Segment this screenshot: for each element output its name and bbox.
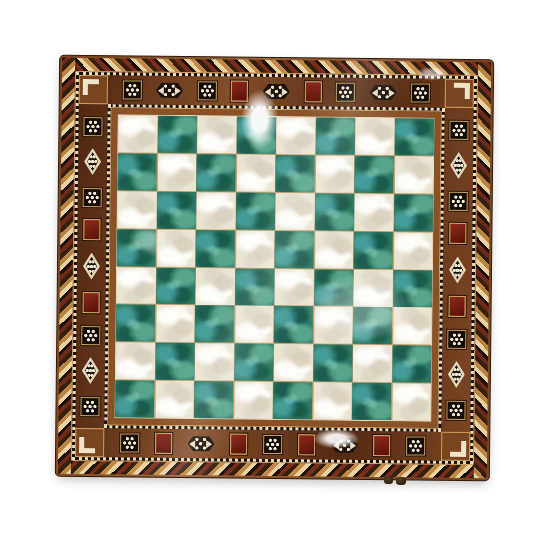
- star-rosette-motif: [83, 116, 102, 135]
- square-b8[interactable]: [158, 116, 197, 153]
- square-b1[interactable]: [155, 381, 194, 418]
- eye-triangle-icon: [350, 441, 356, 449]
- bracket-icon: [79, 437, 95, 453]
- eye-triangle-icon: [207, 440, 213, 448]
- square-g2[interactable]: [353, 345, 392, 382]
- star-rosette-motif: [446, 400, 465, 419]
- star-rosette-motif: [80, 396, 99, 415]
- square-c2[interactable]: [195, 343, 234, 380]
- bracket-icon: [450, 441, 466, 457]
- star-rosette-motif: [263, 435, 282, 454]
- square-f4[interactable]: [314, 269, 353, 306]
- red-inlay-motif: [373, 435, 390, 456]
- red-inlay-motif: [83, 292, 100, 313]
- star-rosette-motif: [122, 80, 141, 99]
- eye-core: [87, 152, 98, 171]
- square-c8[interactable]: [197, 116, 236, 153]
- square-g6[interactable]: [354, 194, 393, 231]
- bracket-icon: [83, 79, 99, 95]
- ornament-band-left: [75, 104, 107, 428]
- square-g8[interactable]: [355, 118, 394, 155]
- clasp-hinge-left: [384, 476, 393, 484]
- red-inlay-motif: [298, 434, 315, 455]
- square-e5[interactable]: [275, 231, 314, 268]
- diamond-eye-motif: [370, 84, 397, 101]
- square-b7[interactable]: [157, 154, 196, 191]
- star-rosette-motif: [83, 187, 102, 206]
- ornament-band-bottom: [104, 428, 441, 461]
- square-c5[interactable]: [196, 230, 235, 267]
- square-c6[interactable]: [196, 192, 235, 229]
- eye-triangle-icon: [333, 441, 339, 449]
- diamond-eye-motif: [83, 252, 100, 279]
- square-d6[interactable]: [236, 192, 275, 229]
- square-g7[interactable]: [355, 156, 394, 193]
- diamond-eye-motif: [331, 437, 358, 454]
- red-inlay-motif: [231, 81, 248, 102]
- square-c3[interactable]: [195, 306, 234, 343]
- eye-core: [85, 361, 96, 380]
- square-e2[interactable]: [274, 344, 313, 381]
- square-h6[interactable]: [394, 194, 433, 231]
- square-e8[interactable]: [276, 117, 315, 154]
- square-a1[interactable]: [115, 380, 154, 417]
- diamond-eye-motif: [187, 435, 214, 452]
- eye-triangle-icon: [389, 89, 395, 97]
- square-b6[interactable]: [157, 192, 196, 229]
- diamond-eye-motif: [84, 148, 101, 175]
- square-a2[interactable]: [116, 343, 155, 380]
- square-h5[interactable]: [393, 232, 432, 269]
- square-c7[interactable]: [197, 154, 236, 191]
- square-f5[interactable]: [315, 231, 354, 268]
- square-f1[interactable]: [313, 383, 352, 420]
- red-inlay-motif: [83, 219, 100, 240]
- square-a4[interactable]: [117, 267, 156, 304]
- square-h8[interactable]: [395, 118, 434, 155]
- square-d7[interactable]: [236, 154, 275, 191]
- star-rosette-motif: [447, 329, 466, 348]
- eye-core: [452, 260, 463, 279]
- square-e6[interactable]: [275, 193, 314, 230]
- eye-triangle-icon: [372, 89, 378, 97]
- square-b3[interactable]: [156, 305, 195, 342]
- board-squares: [114, 114, 434, 421]
- square-d1[interactable]: [234, 382, 273, 419]
- bracket-icon: [454, 83, 470, 99]
- red-inlay-motif: [449, 223, 466, 244]
- square-f3[interactable]: [314, 307, 353, 344]
- square-a3[interactable]: [116, 305, 155, 342]
- square-a8[interactable]: [118, 115, 157, 152]
- eye-triangle-icon: [175, 86, 181, 94]
- square-g3[interactable]: [353, 307, 392, 344]
- diamond-eye-motif: [82, 357, 99, 384]
- square-f6[interactable]: [315, 193, 354, 230]
- square-a5[interactable]: [117, 229, 156, 266]
- square-h3[interactable]: [393, 308, 432, 345]
- red-inlay-motif: [155, 433, 172, 454]
- ornament-band-right: [441, 108, 473, 432]
- square-h1[interactable]: [392, 383, 431, 420]
- square-b4[interactable]: [156, 267, 195, 304]
- diamond-eye-motif: [448, 361, 465, 388]
- red-inlay-motif: [448, 296, 465, 317]
- red-inlay-motif: [230, 434, 247, 455]
- square-e3[interactable]: [274, 306, 313, 343]
- eye-core: [451, 365, 462, 384]
- corner-bracket-top-right: [445, 79, 474, 108]
- star-rosette-motif: [336, 83, 355, 102]
- diamond-eye-motif: [156, 82, 183, 99]
- corner-bracket-bottom-left: [75, 428, 104, 457]
- corner-bracket-top-left: [79, 75, 108, 104]
- square-f7[interactable]: [315, 155, 354, 192]
- square-b2[interactable]: [155, 343, 194, 380]
- square-g4[interactable]: [354, 269, 393, 306]
- square-d4[interactable]: [235, 268, 274, 305]
- star-rosette-motif: [406, 436, 425, 455]
- square-c4[interactable]: [196, 268, 235, 305]
- square-g5[interactable]: [354, 231, 393, 268]
- square-d3[interactable]: [235, 306, 274, 343]
- square-d2[interactable]: [234, 344, 273, 381]
- eye-triangle-icon: [265, 87, 271, 95]
- square-h2[interactable]: [392, 345, 431, 382]
- star-rosette-motif: [449, 191, 468, 210]
- square-e1[interactable]: [273, 382, 312, 419]
- star-rosette-motif: [120, 433, 139, 452]
- diamond-eye-motif: [263, 83, 290, 100]
- square-c1[interactable]: [194, 381, 233, 418]
- square-h4[interactable]: [393, 270, 432, 307]
- chess-board: [55, 55, 494, 482]
- star-rosette-motif: [449, 120, 468, 139]
- corner-bracket-bottom-right: [441, 432, 470, 461]
- clasp-hinge-right: [396, 477, 406, 485]
- eye-triangle-icon: [190, 440, 196, 448]
- square-a6[interactable]: [117, 191, 156, 228]
- eye-core: [453, 156, 464, 175]
- square-e7[interactable]: [276, 155, 315, 192]
- eye-triangle-icon: [282, 88, 288, 96]
- eye-core: [86, 257, 97, 276]
- star-rosette-motif: [198, 81, 217, 100]
- product-photo: [0, 0, 550, 550]
- star-rosette-motif: [411, 83, 430, 102]
- square-d8[interactable]: [237, 117, 276, 154]
- square-d5[interactable]: [236, 230, 275, 267]
- diamond-eye-motif: [449, 256, 466, 283]
- ornament-band-top: [108, 75, 445, 108]
- square-f2[interactable]: [313, 345, 352, 382]
- square-a7[interactable]: [118, 153, 157, 190]
- star-rosette-motif: [81, 325, 100, 344]
- square-g1[interactable]: [352, 383, 391, 420]
- square-h7[interactable]: [394, 156, 433, 193]
- diamond-eye-motif: [450, 152, 467, 179]
- square-f8[interactable]: [316, 117, 355, 154]
- square-e4[interactable]: [275, 269, 314, 306]
- square-b5[interactable]: [157, 229, 196, 266]
- red-inlay-motif: [304, 81, 321, 102]
- eye-triangle-icon: [158, 86, 164, 94]
